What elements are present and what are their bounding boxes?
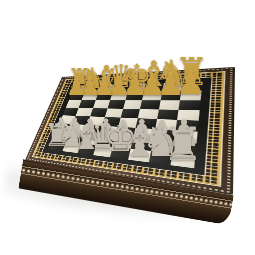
board-square-h7 bbox=[180, 91, 202, 101]
product-photo-scene: ♜♞♝♛♚♝♞♜♟♟♟♟♟♟♟♟♟♟♟♟♟♟♟♟♜♞♝♛♚♝♞♜ bbox=[0, 0, 255, 255]
board-square-f8 bbox=[144, 83, 163, 92]
board-square-f7 bbox=[142, 91, 162, 100]
board-square-g8 bbox=[162, 82, 182, 91]
board-square-h6 bbox=[178, 100, 200, 110]
board-square-h8 bbox=[181, 81, 202, 91]
board-square-g7 bbox=[160, 91, 181, 100]
board-square-g6 bbox=[158, 100, 179, 110]
board-square-f6 bbox=[140, 100, 160, 109]
board-square-f1 bbox=[128, 149, 150, 163]
